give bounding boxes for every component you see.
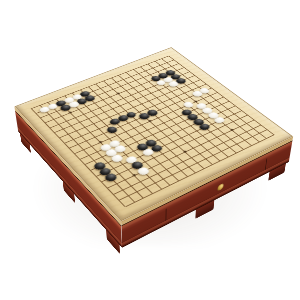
go-table — [14, 47, 293, 221]
white-stone — [108, 139, 122, 148]
black-stone — [105, 126, 118, 134]
hoshi-point — [183, 150, 187, 153]
table-foot — [20, 133, 31, 153]
white-stone — [110, 154, 124, 163]
black-stone — [98, 167, 112, 177]
white-stone — [113, 144, 127, 153]
white-stone — [105, 148, 119, 157]
black-stone — [103, 173, 118, 183]
table-foot — [106, 230, 120, 254]
hoshi-point — [132, 174, 137, 177]
product-photo — [0, 0, 300, 300]
black-stone — [92, 161, 106, 171]
black-stone — [136, 142, 150, 151]
go-board — [14, 47, 293, 221]
scene — [0, 0, 300, 300]
hoshi-point — [99, 141, 103, 144]
white-stone — [99, 143, 113, 152]
black-stone — [150, 144, 164, 153]
hoshi-point — [230, 129, 234, 132]
table-foot — [63, 181, 75, 203]
black-stone — [130, 161, 144, 171]
white-stone — [124, 155, 138, 164]
black-stone — [198, 123, 212, 131]
table-foot — [268, 164, 286, 181]
white-stone — [136, 166, 151, 176]
drawer-seam — [165, 209, 166, 221]
black-stone — [144, 139, 158, 148]
drawer-knob-icon[interactable] — [217, 183, 223, 191]
white-stone — [141, 148, 155, 157]
drawer-seam — [265, 158, 267, 170]
table-foot — [195, 200, 214, 219]
hoshi-point — [148, 120, 152, 123]
